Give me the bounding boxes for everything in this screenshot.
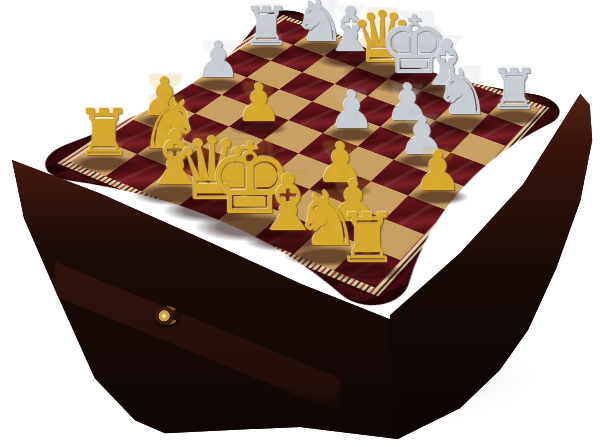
piece-gold-pawn-h4[interactable]: ♟ [413, 143, 462, 198]
piece-gold-rook-h1[interactable]: ♜ [337, 205, 398, 273]
piece-silver-rook-h8[interactable]: ♜ [490, 63, 540, 119]
piece-silver-pawn-e5[interactable]: ♟ [329, 84, 375, 136]
piece-silver-rook-a7[interactable]: ♜ [242, 0, 290, 54]
piece-silver-pawn-a5[interactable]: ♟ [196, 36, 241, 86]
drawer-knob[interactable] [155, 306, 179, 325]
piece-gold-rook-a1[interactable]: ♜ [76, 102, 133, 165]
product-photo-stage: ♜♞♝♚♝♞♜♟♟♟♟♛♜♞♝♛♚♝♞♜♟♟♟♟♟ [0, 0, 600, 447]
